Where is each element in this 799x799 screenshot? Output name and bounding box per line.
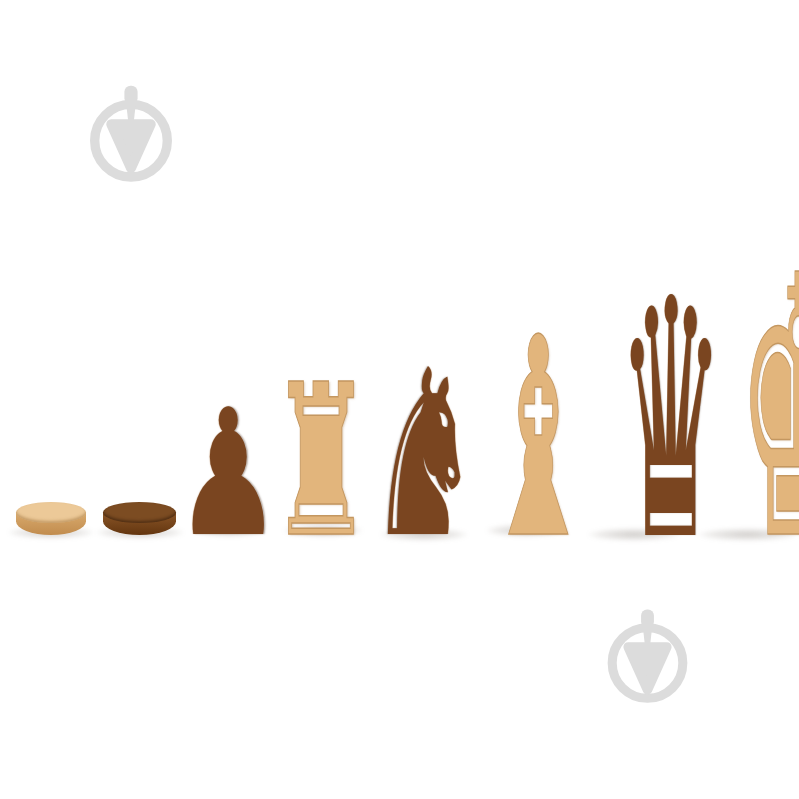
shadow [192,524,266,537]
disc-top [103,502,176,523]
shadow [588,528,680,541]
shadow [283,524,363,537]
checker-disc-dark [103,502,176,536]
disc-top [16,502,86,523]
shadow [380,528,468,541]
shadow [486,524,566,537]
checker-disc-light [16,502,86,536]
product-photo: ♟ ♜ ♞ ♝ ♛ ♚ [0,0,799,799]
watermark-plumb-bob-icon [76,78,186,188]
shadow [698,528,798,541]
watermark-plumb-bob-icon [594,602,701,709]
